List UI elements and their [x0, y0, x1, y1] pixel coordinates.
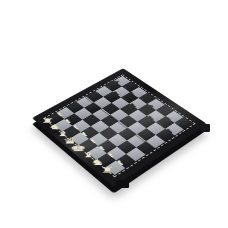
white-knight: ♞	[90, 158, 105, 166]
product-photo: ♜♞♝♛♚♝♞♜♟♟♟♟♟♟♟♟♟♟♟♟♟♟♟♟♜♞♝♛♚♝♞♜	[0, 0, 228, 228]
board-latch	[116, 180, 129, 188]
chessboard: ♜♞♝♛♚♝♞♜♟♟♟♟♟♟♟♟♟♟♟♟♟♟♟♟♜♞♝♛♚♝♞♜	[32, 68, 207, 187]
white-rook: ♜	[100, 166, 114, 173]
board-dashed-border: ♜♞♝♛♚♝♞♜♟♟♟♟♟♟♟♟♟♟♟♟♟♟♟♟♜♞♝♛♚♝♞♜	[43, 74, 196, 177]
board-hinge	[201, 124, 210, 132]
